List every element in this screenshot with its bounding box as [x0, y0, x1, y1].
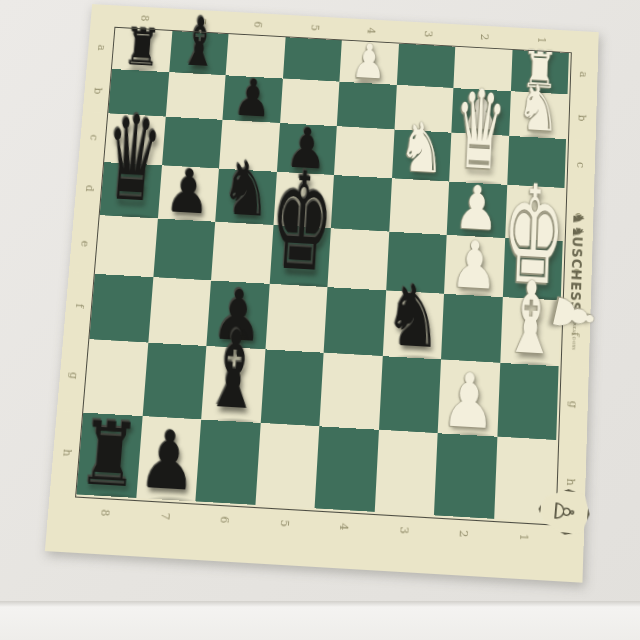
square-h4[interactable] [315, 426, 379, 512]
file-label-left-d-label: d [82, 184, 95, 192]
piece-white-queen-c2[interactable]: ♛ [452, 76, 508, 188]
file-label-right-c-label: c [574, 161, 587, 168]
file-label-left-c-label: c [87, 134, 100, 141]
piece-black-pawn-h7[interactable]: ♟ [137, 421, 200, 504]
margin-corner-top-left [90, 4, 117, 28]
square-e2[interactable]: ♟ [444, 235, 505, 297]
square-a8[interactable]: ♜ [112, 28, 172, 72]
square-e5[interactable]: ♚ [269, 225, 331, 287]
square-g6[interactable]: ♝ [201, 346, 265, 423]
square-h7[interactable]: ♟ [136, 416, 201, 501]
square-h2[interactable] [434, 433, 497, 519]
square-g5[interactable] [260, 349, 323, 426]
piece-white-knight-b1[interactable]: ♞ [516, 76, 561, 141]
square-e4[interactable] [327, 228, 388, 290]
square-h3[interactable] [374, 430, 437, 516]
square-f3[interactable]: ♞ [382, 290, 444, 359]
rank-label-top-6: 6 [229, 12, 287, 37]
rank-label-bottom-8-label: 8 [98, 509, 112, 517]
rank-label-bottom-1: 1 [492, 519, 553, 556]
square-a7[interactable]: ♝ [169, 31, 229, 75]
rank-label-bottom-6-label: 6 [217, 516, 231, 524]
square-h8[interactable]: ♜ [76, 413, 142, 498]
rank-label-top-3: 3 [399, 21, 457, 47]
double-knight-icon: ♞♞ [570, 212, 586, 239]
rank-label-bottom-4-label: 4 [337, 523, 351, 531]
square-f8[interactable] [89, 274, 153, 343]
rank-label-bottom-4: 4 [313, 508, 375, 545]
photo-of-chess-board: ♞♞ USCHESS AMERICAN CHESS ♙ 87654321a♜♝♟… [0, 0, 640, 640]
file-label-left-h-label: h [60, 449, 74, 457]
rank-label-top-2-label: 2 [478, 33, 491, 40]
margin-corner-top-right [569, 31, 599, 55]
piece-black-pawn-b6[interactable]: ♟ [232, 72, 273, 125]
square-b4[interactable] [337, 82, 397, 130]
file-label-right-g-label: g [566, 400, 579, 408]
file-label-left-f-label: f [72, 303, 85, 308]
rank-label-bottom-6: 6 [193, 501, 255, 538]
rank-label-bottom-5-label: 5 [277, 519, 291, 527]
rank-label-bottom-7-label: 7 [157, 512, 171, 520]
file-label-left-a: a [87, 26, 116, 69]
file-label-right-b: b [566, 94, 597, 140]
piece-white-pawn-g2[interactable]: ♟ [440, 362, 497, 440]
table-edge [0, 601, 640, 640]
piece-white-knight-c3[interactable]: ♞ [397, 113, 447, 184]
rank-label-bottom-2: 2 [432, 515, 493, 552]
file-label-right-c: c [564, 139, 595, 190]
square-g7[interactable] [142, 343, 206, 420]
rank-label-top-3-label: 3 [421, 30, 434, 37]
square-f4[interactable] [324, 287, 386, 356]
rank-label-bottom-2-label: 2 [456, 530, 470, 538]
piece-black-queen-d8[interactable]: ♛ [101, 101, 166, 221]
square-g2[interactable]: ♟ [438, 359, 500, 436]
file-label-right-g: g [556, 366, 589, 442]
rank-label-top-2: 2 [455, 24, 513, 50]
margin-corner-bottom-left [47, 493, 76, 528]
rank-label-top-5-label: 5 [308, 24, 321, 31]
piece-black-knight-f3[interactable]: ♞ [383, 274, 444, 363]
rank-label-bottom-5: 5 [253, 505, 315, 542]
file-label-right-a: a [568, 53, 599, 96]
square-b1[interactable]: ♞ [509, 91, 568, 139]
square-g4[interactable] [319, 353, 382, 430]
rank-label-bottom-3: 3 [372, 512, 433, 549]
file-label-left-e-label: e [78, 240, 91, 247]
square-d6[interactable]: ♞ [215, 169, 276, 225]
square-b6[interactable]: ♟ [222, 75, 282, 123]
square-a5[interactable] [282, 37, 341, 81]
square-f2[interactable] [441, 294, 502, 363]
piece-black-knight-d6[interactable]: ♞ [219, 151, 274, 227]
piece-white-pawn-e2[interactable]: ♟ [449, 232, 499, 300]
rank-label-bottom-3-label: 3 [396, 526, 410, 534]
rank-label-top-5: 5 [285, 15, 343, 41]
square-f7[interactable] [148, 277, 211, 346]
square-c3[interactable]: ♞ [392, 129, 452, 181]
piece-black-bishop-g6[interactable]: ♝ [202, 316, 265, 426]
file-label-left-b: b [83, 68, 112, 114]
square-d8[interactable]: ♛ [100, 162, 162, 218]
piece-white-pawn-a4[interactable]: ♟ [350, 38, 387, 87]
vinyl-chess-board: ♞♞ USCHESS AMERICAN CHESS ♙ 87654321a♜♝♟… [45, 4, 599, 583]
file-label-left-a-label: a [95, 44, 108, 51]
piece-black-rook-h8[interactable]: ♜ [76, 410, 143, 501]
piece-black-pawn-d7[interactable]: ♟ [164, 162, 212, 224]
piece-black-king-e5[interactable]: ♚ [267, 152, 337, 291]
rank-label-top-6-label: 6 [251, 21, 264, 28]
file-label-right-b-label: b [575, 114, 588, 121]
square-a3[interactable] [396, 44, 455, 89]
square-c4[interactable] [334, 126, 394, 178]
rank-label-bottom-1-label: 1 [516, 533, 530, 541]
square-d4[interactable] [331, 175, 392, 232]
file-label-left-g-label: g [66, 371, 80, 379]
square-a4[interactable]: ♟ [339, 40, 398, 84]
square-h5[interactable] [255, 423, 319, 508]
piece-black-rook-a8[interactable]: ♜ [122, 21, 163, 74]
square-g3[interactable] [378, 356, 441, 433]
file-label-left-b-label: b [91, 87, 104, 94]
file-label-right-h-label: h [563, 478, 576, 486]
piece-black-bishop-a7[interactable]: ♝ [179, 9, 220, 78]
square-d7[interactable]: ♟ [157, 165, 219, 221]
file-label-right-a-label: a [576, 71, 589, 78]
